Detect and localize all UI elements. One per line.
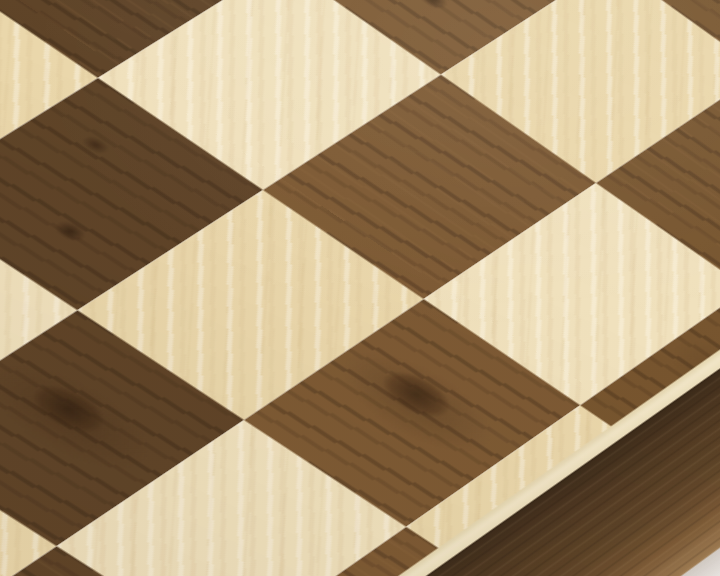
photo-background xyxy=(0,0,720,576)
